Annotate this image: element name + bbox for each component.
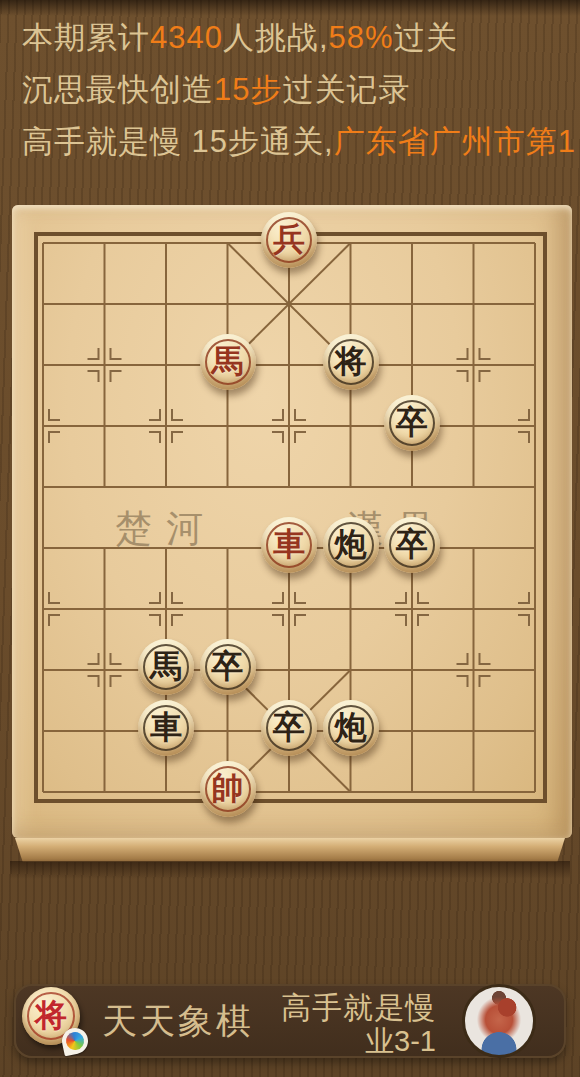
app-icon-glyph: 将 [35,994,67,1038]
player-rank: 业3-1 [281,1025,436,1057]
piece-black-soldier[interactable]: 卒 [261,700,317,756]
app-icon[interactable]: 将 [22,987,84,1051]
piece-black-cannon[interactable]: 炮 [323,700,379,756]
piece-black-soldier[interactable]: 卒 [384,517,440,573]
piece-red-horse[interactable]: 馬 [200,334,256,390]
bottom-bar: 将 天天象棋 高手就是慢 业3-1 [14,984,566,1058]
stats-line-3: 高手就是慢 15步通关,广东省广州市第1 [22,116,576,168]
app-name: 天天象棋 [102,986,254,1056]
stats-panel: 本期累计4340人挑战,58%过关沉思最快创造15步过关记录高手就是慢 15步通… [22,12,576,168]
player-avatar[interactable] [462,984,536,1058]
piece-black-horse[interactable]: 馬 [138,639,194,695]
piece-red-soldier[interactable]: 兵 [261,212,317,268]
piece-black-soldier[interactable]: 卒 [384,395,440,451]
piece-black-cannon[interactable]: 炮 [323,517,379,573]
river-left-label: 楚河 [115,508,217,549]
player-name: 高手就是慢 [281,991,436,1025]
piece-black-chariot[interactable]: 車 [138,700,194,756]
platform-swirl-icon [64,1030,85,1051]
piece-red-king[interactable]: 帥 [200,761,256,817]
stats-line-2: 沉思最快创造15步过关记录 [22,64,576,116]
piece-black-soldier[interactable]: 卒 [200,639,256,695]
stats-line-1: 本期累计4340人挑战,58%过关 [22,12,576,64]
player-info: 高手就是慢 业3-1 [281,991,436,1057]
piece-red-chariot[interactable]: 車 [261,517,317,573]
piece-black-general[interactable]: 将 [323,334,379,390]
